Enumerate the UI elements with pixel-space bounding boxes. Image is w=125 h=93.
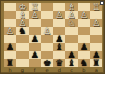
- piece-wB-g2[interactable]: ♗: [18, 11, 26, 19]
- square-b4[interactable]: [78, 27, 90, 35]
- file-label-c: c: [65, 67, 77, 74]
- piece-wP-g3[interactable]: ♙: [18, 19, 26, 27]
- square-g3[interactable]: ♙: [16, 19, 28, 27]
- square-b5[interactable]: [78, 35, 90, 43]
- square-d1[interactable]: [53, 3, 65, 11]
- square-a3[interactable]: ♙: [90, 19, 102, 27]
- piece-bP-d5[interactable]: ♟: [55, 35, 63, 43]
- square-e5[interactable]: [41, 35, 53, 43]
- piece-wP-a3[interactable]: ♙: [92, 19, 100, 27]
- piece-bP-b6[interactable]: ♟: [80, 43, 88, 51]
- piece-bP-c7[interactable]: ♟: [68, 51, 76, 59]
- square-c3[interactable]: ♘: [65, 19, 77, 27]
- piece-bB-c8[interactable]: ♝: [68, 59, 76, 67]
- square-d3[interactable]: [53, 19, 65, 27]
- file-label-g: g: [16, 67, 28, 74]
- square-f7[interactable]: ♟: [29, 51, 41, 59]
- square-f1[interactable]: ♖: [29, 3, 41, 11]
- piece-bB-d6[interactable]: ♝: [55, 43, 63, 51]
- square-e1[interactable]: [41, 3, 53, 11]
- piece-wB-c1[interactable]: ♗: [68, 3, 76, 11]
- piece-wK-g1[interactable]: ♔: [18, 3, 26, 11]
- square-f8[interactable]: [29, 59, 41, 67]
- square-h2[interactable]: [4, 11, 16, 19]
- piece-bR-a8[interactable]: ♜: [92, 59, 100, 67]
- square-c2[interactable]: ♙: [65, 11, 77, 19]
- square-h8[interactable]: ♜: [4, 59, 16, 67]
- square-g5[interactable]: [16, 35, 28, 43]
- piece-bN-g4[interactable]: ♞: [18, 27, 26, 35]
- square-f6[interactable]: [29, 43, 41, 51]
- piece-wP-f2[interactable]: ♙: [31, 11, 39, 19]
- piece-bP-a7[interactable]: ♟: [92, 51, 100, 59]
- piece-bK-e8[interactable]: ♚: [43, 59, 51, 67]
- square-a8[interactable]: ♜: [90, 59, 102, 67]
- file-label-b: b: [78, 67, 90, 74]
- piece-wR-f1[interactable]: ♖: [31, 3, 39, 11]
- square-e3[interactable]: [41, 19, 53, 27]
- square-h4[interactable]: ♙: [4, 27, 16, 35]
- square-b6[interactable]: ♟: [78, 43, 90, 51]
- piece-bP-f5[interactable]: ♟: [31, 35, 39, 43]
- square-d8[interactable]: ♛: [53, 59, 65, 67]
- square-d5[interactable]: ♟: [53, 35, 65, 43]
- piece-wN-c3[interactable]: ♘: [68, 19, 76, 27]
- board-grid: ♔♖♗♖♗♙♙♙♙♙♘♙♙♞♙♟♟♟♝♟♟♟♟♜♚♛♝♞♜: [4, 3, 102, 67]
- square-g8[interactable]: [16, 59, 28, 67]
- square-f5[interactable]: ♟: [29, 35, 41, 43]
- piece-wP-d2[interactable]: ♙: [55, 11, 63, 19]
- square-a5[interactable]: [90, 35, 102, 43]
- square-e6[interactable]: [41, 43, 53, 51]
- square-b3[interactable]: [78, 19, 90, 27]
- square-c1[interactable]: ♗: [65, 3, 77, 11]
- square-h1[interactable]: [4, 3, 16, 11]
- piece-bP-h6[interactable]: ♟: [6, 43, 14, 51]
- piece-bP-f7[interactable]: ♟: [31, 51, 39, 59]
- piece-bR-h8[interactable]: ♜: [6, 59, 14, 67]
- square-c6[interactable]: [65, 43, 77, 51]
- square-g2[interactable]: ♗: [16, 11, 28, 19]
- square-f4[interactable]: [29, 27, 41, 35]
- square-h7[interactable]: [4, 51, 16, 59]
- square-e2[interactable]: [41, 11, 53, 19]
- file-label-d: d: [53, 67, 65, 74]
- square-g4[interactable]: ♞: [16, 27, 28, 35]
- square-b7[interactable]: [78, 51, 90, 59]
- file-label-h: h: [4, 67, 16, 74]
- square-a7[interactable]: ♟: [90, 51, 102, 59]
- piece-wP-e4[interactable]: ♙: [43, 27, 51, 35]
- chess-board: ♔♖♗♖♗♙♙♙♙♙♘♙♙♞♙♟♟♟♝♟♟♟♟♜♚♛♝♞♜ hgfedcba: [0, 0, 105, 74]
- square-c4[interactable]: [65, 27, 77, 35]
- square-d6[interactable]: ♝: [53, 43, 65, 51]
- square-a4[interactable]: [90, 27, 102, 35]
- square-d2[interactable]: ♙: [53, 11, 65, 19]
- piece-bQ-d8[interactable]: ♛: [55, 59, 63, 67]
- square-h3[interactable]: [4, 19, 16, 27]
- white-to-move-indicator: [100, 1, 104, 5]
- square-a2[interactable]: [90, 11, 102, 19]
- square-a6[interactable]: [90, 43, 102, 51]
- square-e7[interactable]: [41, 51, 53, 59]
- file-label-f: f: [29, 67, 41, 74]
- square-c5[interactable]: [65, 35, 77, 43]
- file-coordinates: hgfedcba: [4, 67, 103, 74]
- chess-app-window: ♔♖♗♖♗♙♙♙♙♙♘♙♙♞♙♟♟♟♝♟♟♟♟♜♚♛♝♞♜ hgfedcba: [0, 0, 125, 93]
- square-h6[interactable]: ♟: [4, 43, 16, 51]
- square-f3[interactable]: [29, 19, 41, 27]
- square-d7[interactable]: [53, 51, 65, 59]
- square-g7[interactable]: [16, 51, 28, 59]
- piece-wP-c2[interactable]: ♙: [68, 11, 76, 19]
- square-b8[interactable]: ♞: [78, 59, 90, 67]
- square-g6[interactable]: [16, 43, 28, 51]
- file-label-e: e: [41, 67, 53, 74]
- file-label-a: a: [90, 67, 102, 74]
- square-b1[interactable]: [78, 3, 90, 11]
- piece-wP-b2[interactable]: ♙: [80, 11, 88, 19]
- square-e4[interactable]: ♙: [41, 27, 53, 35]
- square-c7[interactable]: ♟: [65, 51, 77, 59]
- square-d4[interactable]: [53, 27, 65, 35]
- square-f2[interactable]: ♙: [29, 11, 41, 19]
- square-h5[interactable]: [4, 35, 16, 43]
- piece-wP-h4[interactable]: ♙: [6, 27, 14, 35]
- square-c8[interactable]: ♝: [65, 59, 77, 67]
- square-e8[interactable]: ♚: [41, 59, 53, 67]
- square-g1[interactable]: ♔: [16, 3, 28, 11]
- square-b2[interactable]: ♙: [78, 11, 90, 19]
- piece-bN-b8[interactable]: ♞: [80, 59, 88, 67]
